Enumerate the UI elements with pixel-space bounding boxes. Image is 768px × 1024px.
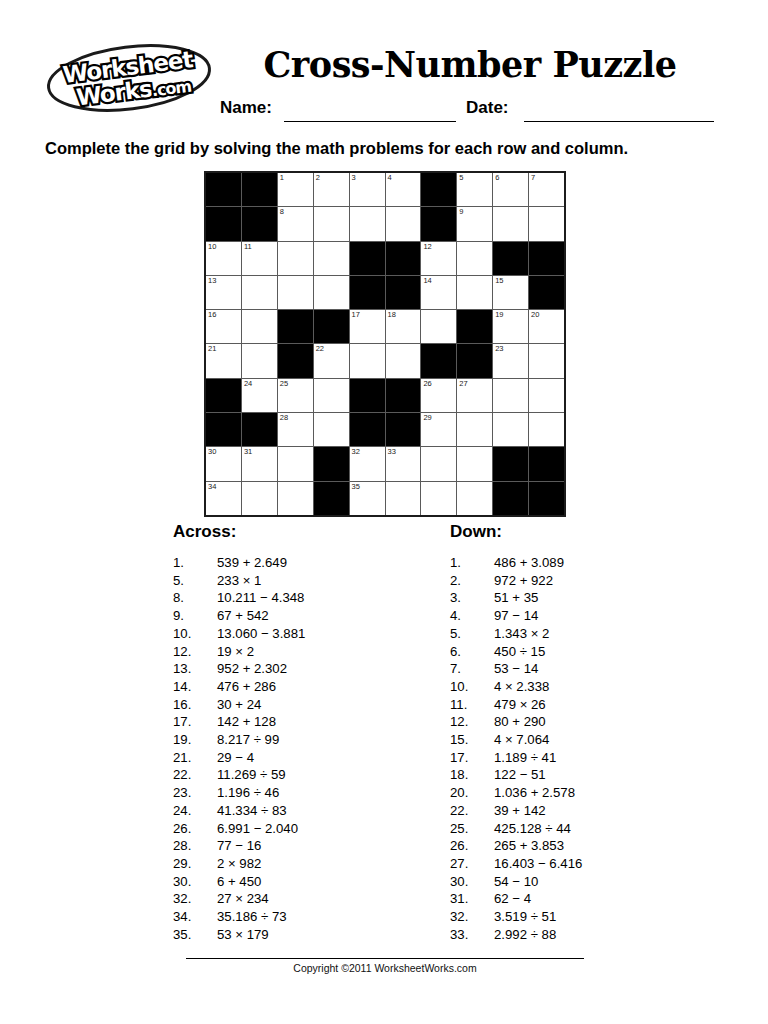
grid-cell-black (350, 379, 385, 412)
grid-cell[interactable] (529, 379, 564, 412)
grid-cell[interactable]: 10 (206, 242, 241, 275)
cell-clue-number: 21 (208, 345, 216, 353)
grid-cell[interactable] (242, 482, 277, 515)
clue-item-number: 16. (173, 696, 217, 714)
clue-item-problem: 539 + 2.649 (217, 554, 448, 572)
grid-cell[interactable] (421, 447, 456, 480)
clue-item: 32.3.519 ÷ 51 (450, 908, 725, 926)
cell-clue-number: 33 (388, 448, 396, 456)
clue-item-number: 31. (450, 890, 494, 908)
clue-item: 12.19 × 2 (173, 643, 448, 661)
clue-item-number: 32. (450, 908, 494, 926)
date-label: Date: (466, 98, 509, 118)
cell-clue-number: 1 (280, 174, 284, 182)
down-header: Down: (450, 522, 725, 542)
down-section: Down: 1.486 + 3.0892.972 + 9223.51 + 354… (450, 522, 725, 943)
clue-item-number: 20. (450, 784, 494, 802)
grid-cell[interactable] (278, 482, 313, 515)
grid-cell[interactable]: 29 (421, 413, 456, 446)
clue-item-problem: 29 − 4 (217, 749, 448, 767)
grid-cell[interactable] (493, 413, 528, 446)
clue-item: 30.54 − 10 (450, 873, 725, 891)
grid-cell-black (242, 207, 277, 240)
clue-item-problem: 97 − 14 (494, 607, 725, 625)
grid-cell[interactable]: 14 (421, 276, 456, 309)
grid-cell[interactable] (350, 344, 385, 377)
clue-item: 6.450 ÷ 15 (450, 643, 725, 661)
clue-item-problem: 53 − 14 (494, 660, 725, 678)
clue-item-problem: 39 + 142 (494, 802, 725, 820)
clue-item-number: 26. (173, 820, 217, 838)
across-list: 1.539 + 2.6495.233 × 18.10.211 − 4.3489.… (173, 554, 448, 943)
clue-item-number: 13. (173, 660, 217, 678)
date-blank-line[interactable] (524, 121, 714, 122)
grid-cell-black (314, 310, 349, 343)
grid-cell-black (493, 482, 528, 515)
grid-cell[interactable]: 18 (386, 310, 421, 343)
clue-item: 13.952 + 2.302 (173, 660, 448, 678)
grid-cell[interactable] (314, 242, 349, 275)
cell-clue-number: 12 (423, 243, 431, 251)
clue-item-problem: 67 + 542 (217, 607, 448, 625)
clue-item-number: 21. (173, 749, 217, 767)
grid-cell-black (242, 173, 277, 206)
clue-item-problem: 425.128 ÷ 44 (494, 820, 725, 838)
clue-item-problem: 35.186 ÷ 73 (217, 908, 448, 926)
cell-clue-number: 15 (495, 277, 503, 285)
clue-item-number: 1. (173, 554, 217, 572)
clue-item: 15.4 × 7.064 (450, 731, 725, 749)
clue-item-number: 14. (173, 678, 217, 696)
cell-clue-number: 34 (208, 483, 216, 491)
grid-cell[interactable] (386, 344, 421, 377)
clue-item-number: 9. (173, 607, 217, 625)
grid-cell[interactable]: 28 (278, 413, 313, 446)
name-label: Name: (220, 98, 272, 118)
clue-item: 4.97 − 14 (450, 607, 725, 625)
clue-item-number: 17. (173, 713, 217, 731)
grid-cell-black (278, 310, 313, 343)
clue-item-problem: 1.343 × 2 (494, 625, 725, 643)
grid-cell[interactable]: 3 (350, 173, 385, 206)
clue-item: 35.53 × 179 (173, 926, 448, 944)
worksheetworks-logo-graphic: Worksheet Works.com (44, 38, 214, 118)
grid-cell[interactable] (493, 379, 528, 412)
grid-cell[interactable] (457, 413, 492, 446)
grid-cell[interactable] (314, 413, 349, 446)
clue-item-problem: 233 × 1 (217, 572, 448, 590)
worksheet-page: Worksheet Works.com Cross-Number Puzzle … (0, 0, 768, 1024)
grid-cell[interactable]: 20 (529, 310, 564, 343)
clue-item: 20.1.036 + 2.578 (450, 784, 725, 802)
clue-item-problem: 41.334 ÷ 83 (217, 802, 448, 820)
clue-item: 12.80 + 290 (450, 713, 725, 731)
clue-item-number: 15. (450, 731, 494, 749)
clue-item: 5.1.343 × 2 (450, 625, 725, 643)
cell-clue-number: 30 (208, 448, 216, 456)
clue-item-number: 2. (450, 572, 494, 590)
grid-cell[interactable] (493, 207, 528, 240)
clue-item-problem: 30 + 24 (217, 696, 448, 714)
clue-item-problem: 142 + 128 (217, 713, 448, 731)
clue-item-problem: 6.991 − 2.040 (217, 820, 448, 838)
grid-cell[interactable] (350, 207, 385, 240)
grid-cell[interactable]: 2 (314, 173, 349, 206)
grid-cell[interactable]: 11 (242, 242, 277, 275)
grid-cell[interactable] (421, 482, 456, 515)
clue-item-number: 33. (450, 926, 494, 944)
worksheetworks-logo: Worksheet Works.com (44, 38, 214, 118)
grid-cell[interactable]: 4 (386, 173, 421, 206)
clue-item-number: 23. (173, 784, 217, 802)
clue-item: 1.539 + 2.649 (173, 554, 448, 572)
grid-cell-black (386, 242, 421, 275)
cell-clue-number: 20 (531, 311, 539, 319)
grid-cell[interactable] (278, 242, 313, 275)
cell-clue-number: 25 (280, 380, 288, 388)
cell-clue-number: 4 (388, 174, 392, 182)
clue-item-problem: 2.992 ÷ 88 (494, 926, 725, 944)
grid-cell-black (278, 344, 313, 377)
grid-cell-black (350, 276, 385, 309)
page-title: Cross-Number Puzzle (235, 44, 705, 86)
grid-cell[interactable]: 5 (457, 173, 492, 206)
clue-item: 16.30 + 24 (173, 696, 448, 714)
grid-cell[interactable]: 33 (386, 447, 421, 480)
grid-cell[interactable] (386, 207, 421, 240)
cell-clue-number: 5 (459, 174, 463, 182)
grid-cell[interactable]: 8 (278, 207, 313, 240)
grid-cell[interactable] (242, 310, 277, 343)
clue-item: 2.972 + 922 (450, 572, 725, 590)
grid-cell[interactable]: 27 (457, 379, 492, 412)
grid-cell[interactable] (457, 242, 492, 275)
grid-cell-black (457, 310, 492, 343)
grid-cell[interactable] (457, 447, 492, 480)
grid-cell-black (206, 413, 241, 446)
clue-item: 23.1.196 ÷ 46 (173, 784, 448, 802)
grid-cell[interactable]: 6 (493, 173, 528, 206)
cell-clue-number: 8 (280, 208, 284, 216)
cell-clue-number: 16 (208, 311, 216, 319)
clue-item: 19.8.217 ÷ 99 (173, 731, 448, 749)
clue-item: 24.41.334 ÷ 83 (173, 802, 448, 820)
clue-item-problem: 486 + 3.089 (494, 554, 725, 572)
clue-item-number: 11. (450, 696, 494, 714)
cell-clue-number: 26 (423, 380, 431, 388)
across-header: Across: (173, 522, 448, 542)
clue-item: 30.6 + 450 (173, 873, 448, 891)
clue-item-number: 25. (450, 820, 494, 838)
grid-cell[interactable] (314, 276, 349, 309)
clue-item-problem: 8.217 ÷ 99 (217, 731, 448, 749)
clue-item-number: 17. (450, 749, 494, 767)
grid-cell-black (493, 242, 528, 275)
clue-item-problem: 27 × 234 (217, 890, 448, 908)
clue-item: 17.142 + 128 (173, 713, 448, 731)
clue-item-problem: 479 × 26 (494, 696, 725, 714)
clue-item: 14.476 + 286 (173, 678, 448, 696)
grid-cell[interactable]: 17 (350, 310, 385, 343)
grid-cell[interactable]: 1 (278, 173, 313, 206)
grid-cell-black (386, 413, 421, 446)
grid-cell[interactable] (278, 447, 313, 480)
grid-cell[interactable] (242, 276, 277, 309)
cell-clue-number: 2 (316, 174, 320, 182)
clue-item-number: 27. (450, 855, 494, 873)
down-list: 1.486 + 3.0892.972 + 9223.51 + 354.97 − … (450, 554, 725, 943)
clue-item-problem: 11.269 ÷ 59 (217, 766, 448, 784)
clue-item-problem: 476 + 286 (217, 678, 448, 696)
cell-clue-number: 31 (244, 448, 252, 456)
grid-cell-black (206, 379, 241, 412)
clue-item-number: 19. (173, 731, 217, 749)
clue-item-problem: 19 × 2 (217, 643, 448, 661)
clue-item: 8.10.211 − 4.348 (173, 589, 448, 607)
clue-item: 28.77 − 16 (173, 837, 448, 855)
grid-cell-black (206, 207, 241, 240)
footer-divider (186, 958, 584, 959)
grid-cell[interactable] (529, 413, 564, 446)
grid-cell[interactable]: 31 (242, 447, 277, 480)
clue-item-number: 12. (173, 643, 217, 661)
cell-clue-number: 32 (352, 448, 360, 456)
clue-item: 11.479 × 26 (450, 696, 725, 714)
grid-cell[interactable] (278, 276, 313, 309)
clue-item-number: 8. (173, 589, 217, 607)
grid-cell[interactable]: 32 (350, 447, 385, 480)
cell-clue-number: 35 (352, 483, 360, 491)
grid-cell-black (421, 344, 456, 377)
clue-item-problem: 1.196 ÷ 46 (217, 784, 448, 802)
cell-clue-number: 29 (423, 414, 431, 422)
cell-clue-number: 9 (459, 208, 463, 216)
cell-clue-number: 18 (388, 311, 396, 319)
clue-item: 31.62 − 4 (450, 890, 725, 908)
grid-cell[interactable]: 16 (206, 310, 241, 343)
clue-item: 10.13.060 − 3.881 (173, 625, 448, 643)
grid-cell-black (529, 276, 564, 309)
clue-item-problem: 972 + 922 (494, 572, 725, 590)
clue-item-number: 4. (450, 607, 494, 625)
clue-item-problem: 53 × 179 (217, 926, 448, 944)
grid-cell-black (457, 344, 492, 377)
clue-item-number: 35. (173, 926, 217, 944)
clue-item-number: 28. (173, 837, 217, 855)
grid-cell[interactable]: 26 (421, 379, 456, 412)
clue-item-number: 7. (450, 660, 494, 678)
grid-cell-black (314, 482, 349, 515)
clue-item: 33.2.992 ÷ 88 (450, 926, 725, 944)
grid-cell-black (493, 447, 528, 480)
grid-cell[interactable] (386, 482, 421, 515)
cell-clue-number: 11 (244, 243, 252, 251)
grid-cell-black (350, 242, 385, 275)
clue-item-number: 10. (173, 625, 217, 643)
clue-item: 17.1.189 ÷ 41 (450, 749, 725, 767)
grid-cell[interactable]: 24 (242, 379, 277, 412)
grid-cell[interactable]: 19 (493, 310, 528, 343)
clue-item: 26.6.991 − 2.040 (173, 820, 448, 838)
cell-clue-number: 10 (208, 243, 216, 251)
clue-item: 21.29 − 4 (173, 749, 448, 767)
clue-item: 34.35.186 ÷ 73 (173, 908, 448, 926)
clue-item-number: 22. (173, 766, 217, 784)
clue-item-problem: 3.519 ÷ 51 (494, 908, 725, 926)
clue-item: 10.4 × 2.338 (450, 678, 725, 696)
clue-item-problem: 80 + 290 (494, 713, 725, 731)
cell-clue-number: 24 (244, 380, 252, 388)
clue-item-number: 6. (450, 643, 494, 661)
grid-cell-black (314, 447, 349, 480)
grid-cell[interactable] (314, 207, 349, 240)
cell-clue-number: 17 (352, 311, 360, 319)
cell-clue-number: 27 (459, 380, 467, 388)
grid-cell[interactable]: 25 (278, 379, 313, 412)
clue-item: 29.2 × 982 (173, 855, 448, 873)
clue-item-problem: 62 − 4 (494, 890, 725, 908)
grid-cell[interactable]: 13 (206, 276, 241, 309)
clue-item: 3.51 + 35 (450, 589, 725, 607)
clue-item-number: 5. (173, 572, 217, 590)
grid-cell-black (529, 242, 564, 275)
clue-item-number: 29. (173, 855, 217, 873)
grid-cell[interactable] (457, 482, 492, 515)
grid-cell[interactable]: 7 (529, 173, 564, 206)
grid-cell[interactable]: 34 (206, 482, 241, 515)
clue-item-number: 34. (173, 908, 217, 926)
clue-item-number: 30. (450, 873, 494, 891)
cell-clue-number: 3 (352, 174, 356, 182)
grid-cell[interactable] (242, 344, 277, 377)
cell-clue-number: 23 (495, 345, 503, 353)
clue-item-problem: 4 × 2.338 (494, 678, 725, 696)
clue-item: 32.27 × 234 (173, 890, 448, 908)
grid-cell[interactable]: 35 (350, 482, 385, 515)
grid-cell-black (350, 413, 385, 446)
grid-cell[interactable]: 22 (314, 344, 349, 377)
clue-item: 5.233 × 1 (173, 572, 448, 590)
grid-cell[interactable] (314, 379, 349, 412)
clue-item: 1.486 + 3.089 (450, 554, 725, 572)
clue-item: 18.122 − 51 (450, 766, 725, 784)
grid-cell[interactable] (529, 207, 564, 240)
clue-item: 25.425.128 ÷ 44 (450, 820, 725, 838)
grid-cell[interactable]: 15 (493, 276, 528, 309)
clue-item-number: 5. (450, 625, 494, 643)
clue-item: 26.265 + 3.853 (450, 837, 725, 855)
across-section: Across: 1.539 + 2.6495.233 × 18.10.211 −… (173, 522, 448, 943)
grid-cell-black (421, 173, 456, 206)
cell-clue-number: 28 (280, 414, 288, 422)
clue-item-problem: 122 − 51 (494, 766, 725, 784)
clue-item-number: 3. (450, 589, 494, 607)
clue-item-problem: 4 × 7.064 (494, 731, 725, 749)
clue-item-number: 1. (450, 554, 494, 572)
cell-clue-number: 14 (423, 277, 431, 285)
grid-cell[interactable] (457, 276, 492, 309)
instruction-text: Complete the grid by solving the math pr… (45, 139, 628, 158)
clue-item-problem: 6 + 450 (217, 873, 448, 891)
clue-item: 7.53 − 14 (450, 660, 725, 678)
clue-item-problem: 77 − 16 (217, 837, 448, 855)
clue-item: 9.67 + 542 (173, 607, 448, 625)
grid-cell[interactable]: 30 (206, 447, 241, 480)
clue-item-problem: 952 + 2.302 (217, 660, 448, 678)
footer-copyright: Copyright ©2011 WorksheetWorks.com (186, 962, 584, 974)
clue-item-number: 32. (173, 890, 217, 908)
grid-cell-black (242, 413, 277, 446)
clue-item-problem: 10.211 − 4.348 (217, 589, 448, 607)
grid-cell-black (386, 276, 421, 309)
cell-clue-number: 22 (316, 345, 324, 353)
clue-item: 22.11.269 ÷ 59 (173, 766, 448, 784)
clue-item-problem: 265 + 3.853 (494, 837, 725, 855)
clue-item-number: 10. (450, 678, 494, 696)
grid-cell-black (529, 447, 564, 480)
clue-item-problem: 13.060 − 3.881 (217, 625, 448, 643)
clue-item-number: 12. (450, 713, 494, 731)
clue-item-number: 26. (450, 837, 494, 855)
clue-item-problem: 54 − 10 (494, 873, 725, 891)
grid-cell-black (529, 482, 564, 515)
cell-clue-number: 13 (208, 277, 216, 285)
clue-item-problem: 51 + 35 (494, 589, 725, 607)
clue-item-number: 22. (450, 802, 494, 820)
clue-item-problem: 1.189 ÷ 41 (494, 749, 725, 767)
clue-item: 27.16.403 − 6.416 (450, 855, 725, 873)
clue-item-problem: 450 ÷ 15 (494, 643, 725, 661)
grid-cell[interactable] (529, 344, 564, 377)
cell-clue-number: 6 (495, 174, 499, 182)
clue-item-problem: 1.036 + 2.578 (494, 784, 725, 802)
puzzle-grid: 1234567891011121314151617181920212223242… (204, 171, 566, 517)
grid-cell-black (421, 207, 456, 240)
name-blank-line[interactable] (284, 121, 456, 122)
clue-item-problem: 2 × 982 (217, 855, 448, 873)
cell-clue-number: 7 (531, 174, 535, 182)
grid-cell[interactable]: 9 (457, 207, 492, 240)
clue-item: 22.39 + 142 (450, 802, 725, 820)
grid-cell[interactable]: 21 (206, 344, 241, 377)
clue-item-number: 30. (173, 873, 217, 891)
grid-cell[interactable]: 12 (421, 242, 456, 275)
grid-cell-black (386, 379, 421, 412)
clue-item-number: 24. (173, 802, 217, 820)
cell-clue-number: 19 (495, 311, 503, 319)
grid-cell-black (206, 173, 241, 206)
grid-cell[interactable] (421, 310, 456, 343)
clue-item-number: 18. (450, 766, 494, 784)
grid-cell[interactable]: 23 (493, 344, 528, 377)
clue-item-problem: 16.403 − 6.416 (494, 855, 725, 873)
